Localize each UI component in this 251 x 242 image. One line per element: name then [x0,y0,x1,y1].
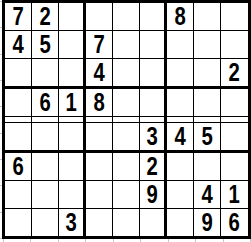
cell-r8c9[interactable]: 1 [221,181,248,209]
cell-r9c1[interactable] [5,209,32,236]
cell-r2c2[interactable]: 5 [32,31,59,59]
cell-r2c4[interactable]: 7 [86,31,113,59]
cell-r8c5[interactable] [113,181,140,209]
gridline-tick [0,212,2,213]
cell-r7c3[interactable] [59,153,86,181]
cell-r3c8[interactable] [194,59,221,89]
given-digit: 8 [174,3,185,30]
cell-r9c9[interactable]: 6 [221,209,248,236]
gridline-tick [0,106,2,107]
cell-r6c4[interactable] [86,123,113,153]
given-digit: 8 [93,89,104,116]
given-digit: 9 [201,209,212,236]
cell-r3c6[interactable] [140,59,167,89]
given-digit: 4 [12,31,23,58]
cell-r6c9[interactable] [221,123,248,153]
cell-r2c8[interactable] [194,31,221,59]
cell-r3c1[interactable] [5,59,32,89]
cell-r1c3[interactable] [59,3,86,31]
given-digit: 6 [229,209,240,236]
cell-r7c8[interactable] [194,153,221,181]
cell-r6c2[interactable] [32,123,59,153]
cell-r2c1[interactable]: 4 [5,31,32,59]
cell-r9c3[interactable]: 3 [59,209,86,236]
cell-r7c2[interactable] [32,153,59,181]
given-digit: 5 [39,31,50,58]
cell-r4c8[interactable] [194,89,221,117]
cell-r8c2[interactable] [32,181,59,209]
gridline-tick [0,238,2,239]
cell-r4c4[interactable]: 8 [86,89,113,117]
cell-r6c8[interactable]: 5 [194,123,221,153]
cell-r2c6[interactable] [140,31,167,59]
cell-r7c5[interactable] [113,153,140,181]
given-digit: 4 [174,123,185,150]
cell-r4c3[interactable]: 1 [59,89,86,117]
gridline-tick [0,27,2,28]
cell-r1c4[interactable] [86,3,113,31]
cell-r1c8[interactable] [194,3,221,31]
gridline-tick [0,54,2,55]
cell-r8c4[interactable] [86,181,113,209]
given-digit: 9 [146,181,157,208]
given-digit: 7 [12,3,23,30]
cell-r6c6[interactable]: 3 [140,123,167,153]
cell-r8c7[interactable] [167,181,194,209]
cell-r3c3[interactable] [59,59,86,89]
sudoku-board-wrapper: 7284574261834562941396 [0,0,251,242]
cell-r9c5[interactable] [113,209,140,236]
cell-r7c7[interactable] [167,153,194,181]
cell-r7c1[interactable]: 6 [5,153,32,181]
cell-r4c9[interactable] [221,89,248,117]
given-digit: 6 [12,153,23,180]
cell-r6c5[interactable] [113,123,140,153]
given-digit: 3 [65,209,76,236]
given-digit: 5 [201,123,212,150]
gridline-tick [0,159,2,160]
cell-r7c6[interactable]: 2 [140,153,167,181]
given-digit: 4 [93,59,104,86]
cell-r6c1[interactable] [5,123,32,153]
cell-r8c8[interactable]: 4 [194,181,221,209]
cell-r3c4[interactable]: 4 [86,59,113,89]
cell-r1c9[interactable] [221,3,248,31]
gridline-tick [0,185,2,186]
given-digit: 1 [65,89,76,116]
cell-r9c4[interactable] [86,209,113,236]
cell-r6c7[interactable]: 4 [167,123,194,153]
given-digit: 1 [229,181,240,208]
given-digit: 7 [93,31,104,58]
given-digit: 2 [229,59,240,86]
cell-r2c7[interactable] [167,31,194,59]
cell-r7c4[interactable] [86,153,113,181]
gridline-tick [0,133,2,134]
cell-r4c1[interactable] [5,89,32,117]
cell-r2c3[interactable] [59,31,86,59]
cell-r8c3[interactable] [59,181,86,209]
given-digit: 2 [146,153,157,180]
cell-r4c2[interactable]: 6 [32,89,59,117]
cell-r9c2[interactable] [32,209,59,236]
cell-r1c2[interactable]: 2 [32,3,59,31]
sudoku-board: 7284574261834562941396 [2,0,251,239]
cell-r1c1[interactable]: 7 [5,3,32,31]
cell-r8c1[interactable] [5,181,32,209]
cell-r4c7[interactable] [167,89,194,117]
cell-r3c7[interactable] [167,59,194,89]
gridline-tick [0,1,2,2]
given-digit: 6 [39,89,50,116]
given-digit: 4 [201,181,212,208]
cell-r1c7[interactable]: 8 [167,3,194,31]
gridline-tick [0,80,2,81]
cell-r2c9[interactable] [221,31,248,59]
cell-r7c9[interactable] [221,153,248,181]
cell-r9c6[interactable] [140,209,167,236]
cell-r9c8[interactable]: 9 [194,209,221,236]
cell-r1c5[interactable] [113,3,140,31]
cell-r3c2[interactable] [32,59,59,89]
cell-r4c5[interactable] [113,89,140,117]
cell-r8c6[interactable]: 9 [140,181,167,209]
cell-r1c6[interactable] [140,3,167,31]
cell-r2c5[interactable] [113,31,140,59]
given-digit: 2 [39,3,50,30]
cell-r4c6[interactable] [140,89,167,117]
cell-r3c9[interactable]: 2 [221,59,248,89]
cell-r3c5[interactable] [113,59,140,89]
cell-r9c7[interactable] [167,209,194,236]
cell-r6c3[interactable] [59,123,86,153]
given-digit: 3 [146,123,157,150]
